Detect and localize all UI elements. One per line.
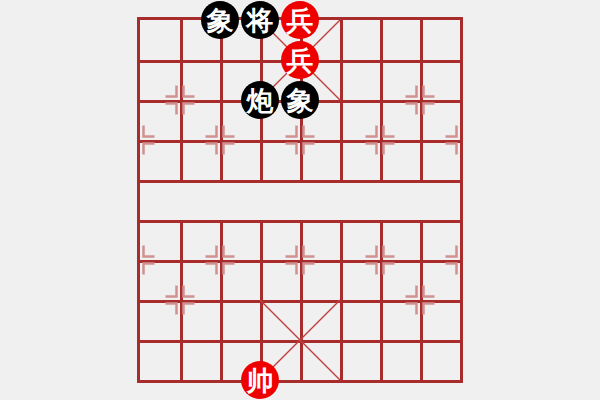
xiangqi-screenshot: 象将兵兵炮象帅 (0, 0, 600, 400)
xiangqi-board[interactable]: 象将兵兵炮象帅 (137, 17, 463, 383)
black-general[interactable]: 将 (241, 1, 279, 39)
red-general[interactable]: 帅 (241, 361, 279, 399)
black-elephant[interactable]: 象 (281, 81, 319, 119)
red-soldier[interactable]: 兵 (281, 1, 319, 39)
black-cannon[interactable]: 炮 (241, 81, 279, 119)
red-soldier[interactable]: 兵 (281, 41, 319, 79)
black-elephant[interactable]: 象 (201, 1, 239, 39)
pieces-layer: 象将兵兵炮象帅 (140, 20, 460, 380)
